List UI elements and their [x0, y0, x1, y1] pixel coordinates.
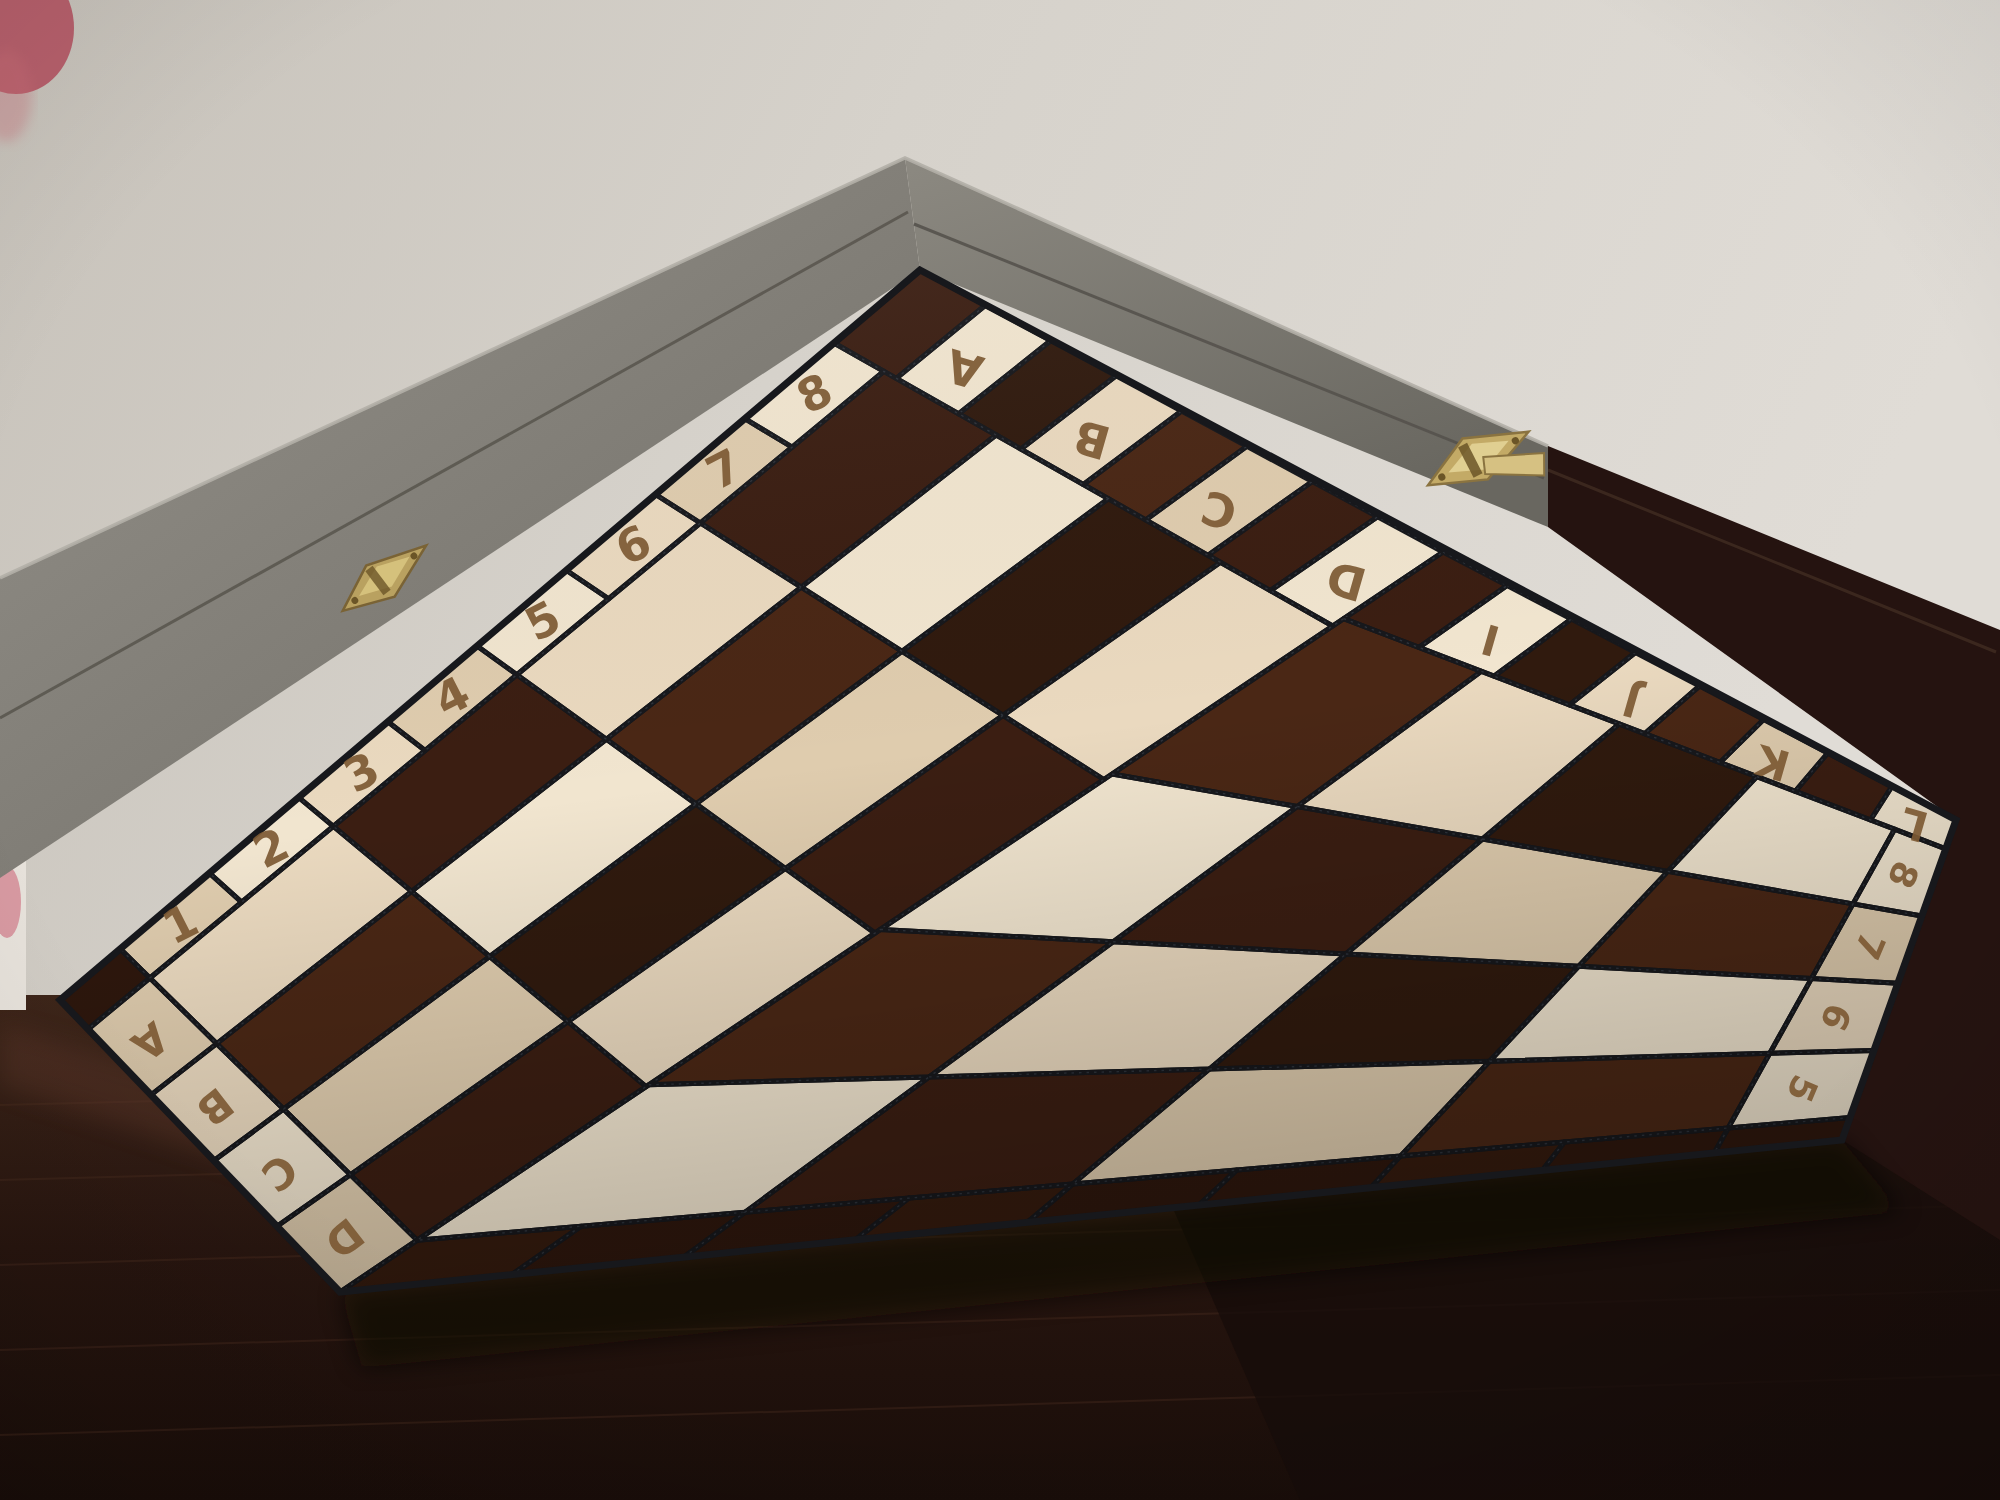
- scene-photo: 87654321ABCDAIBJCKDL8765: [0, 0, 2000, 1500]
- scene: 87654321ABCDAIBJCKDL8765: [0, 0, 2000, 1500]
